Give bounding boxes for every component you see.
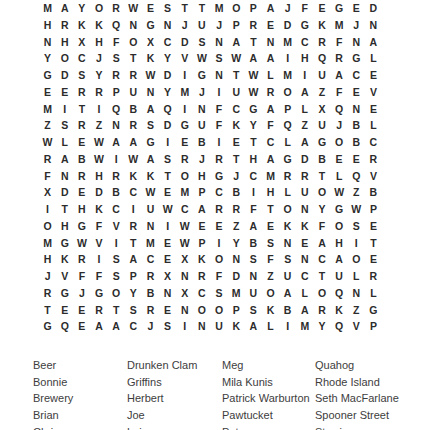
grid-cell-r10c19[interactable]: E (348, 151, 365, 168)
grid-cell-r16c8[interactable]: E (159, 251, 176, 268)
grid-cell-r15c15[interactable]: N (279, 235, 296, 252)
grid-cell-r20c6[interactable]: C (125, 318, 142, 335)
grid-cell-r6c2[interactable]: E (56, 84, 73, 101)
grid-cell-r17c8[interactable]: X (159, 268, 176, 285)
grid-cell-r14c3[interactable]: G (73, 218, 90, 235)
grid-cell-r10c9[interactable]: R (176, 151, 193, 168)
grid-cell-r4c8[interactable]: Y (159, 50, 176, 67)
grid-cell-r16c4[interactable]: I (90, 251, 107, 268)
grid-cell-r12c4[interactable]: D (90, 184, 107, 201)
grid-cell-r14c10[interactable]: E (193, 218, 210, 235)
grid-cell-r7c3[interactable]: T (73, 101, 90, 118)
grid-cell-r8c11[interactable]: F (210, 117, 227, 134)
grid-cell-r17c20[interactable]: R (365, 268, 382, 285)
grid-cell-r11c13[interactable]: C (245, 168, 262, 185)
grid-cell-r18c17[interactable]: O (313, 285, 330, 302)
grid-cell-r17c5[interactable]: S (108, 268, 125, 285)
grid-cell-r1c15[interactable]: J (279, 0, 296, 17)
grid-cell-r19c14[interactable]: K (262, 302, 279, 319)
grid-cell-r14c9[interactable]: W (176, 218, 193, 235)
grid-cell-r13c11[interactable]: R (210, 201, 227, 218)
grid-cell-r4c9[interactable]: V (176, 50, 193, 67)
grid-cell-r8c17[interactable]: U (313, 117, 330, 134)
grid-cell-r1c19[interactable]: E (348, 0, 365, 17)
grid-cell-r14c16[interactable]: K (296, 218, 313, 235)
grid-cell-r3c16[interactable]: C (296, 34, 313, 51)
grid-cell-r10c1[interactable]: R (39, 151, 56, 168)
grid-cell-r3c7[interactable]: X (142, 34, 159, 51)
grid-cell-r13c18[interactable]: G (331, 201, 348, 218)
grid-cell-r3c10[interactable]: S (193, 34, 210, 51)
grid-cell-r15c14[interactable]: S (262, 235, 279, 252)
grid-cell-r11c3[interactable]: R (73, 168, 90, 185)
grid-cell-r5c13[interactable]: W (245, 67, 262, 84)
grid-cell-r18c3[interactable]: J (73, 285, 90, 302)
grid-cell-r14c14[interactable]: E (262, 218, 279, 235)
grid-cell-r13c10[interactable]: A (193, 201, 210, 218)
grid-cell-r3c12[interactable]: A (228, 34, 245, 51)
grid-cell-r2c16[interactable]: G (296, 17, 313, 34)
grid-cell-r17c14[interactable]: Z (262, 268, 279, 285)
grid-cell-r3c9[interactable]: D (176, 34, 193, 51)
grid-cell-r15c2[interactable]: G (56, 235, 73, 252)
grid-cell-r5c18[interactable]: A (331, 67, 348, 84)
grid-cell-r15c13[interactable]: B (245, 235, 262, 252)
grid-cell-r2c20[interactable]: N (365, 17, 382, 34)
grid-cell-r12c6[interactable]: C (125, 184, 142, 201)
grid-cell-r8c20[interactable]: L (365, 117, 382, 134)
grid-cell-r19c1[interactable]: T (39, 302, 56, 319)
grid-cell-r9c16[interactable]: A (296, 134, 313, 151)
grid-cell-r2c13[interactable]: R (245, 17, 262, 34)
grid-cell-r4c1[interactable]: Y (39, 50, 56, 67)
grid-cell-r2c2[interactable]: R (56, 17, 73, 34)
grid-cell-r14c5[interactable]: V (108, 218, 125, 235)
grid-cell-r1c7[interactable]: E (142, 0, 159, 17)
grid-cell-r9c5[interactable]: A (108, 134, 125, 151)
grid-cell-r16c6[interactable]: A (125, 251, 142, 268)
grid-cell-r3c19[interactable]: N (348, 34, 365, 51)
grid-cell-r17c12[interactable]: D (228, 268, 245, 285)
grid-cell-r4c16[interactable]: H (296, 50, 313, 67)
grid-cell-r2c19[interactable]: J (348, 17, 365, 34)
grid-cell-r5c7[interactable]: W (142, 67, 159, 84)
grid-cell-r8c6[interactable]: R (125, 117, 142, 134)
grid-cell-r2c4[interactable]: K (90, 17, 107, 34)
grid-cell-r8c12[interactable]: K (228, 117, 245, 134)
grid-cell-r9c9[interactable]: E (176, 134, 193, 151)
grid-cell-r8c18[interactable]: J (331, 117, 348, 134)
grid-cell-r14c2[interactable]: H (56, 218, 73, 235)
grid-cell-r16c15[interactable]: S (279, 251, 296, 268)
grid-cell-r11c19[interactable]: Q (348, 168, 365, 185)
grid-cell-r18c11[interactable]: S (210, 285, 227, 302)
grid-cell-r16c10[interactable]: K (193, 251, 210, 268)
grid-cell-r12c12[interactable]: B (228, 184, 245, 201)
grid-cell-r17c1[interactable]: J (39, 268, 56, 285)
grid-cell-r16c14[interactable]: F (262, 251, 279, 268)
grid-cell-r20c9[interactable]: I (176, 318, 193, 335)
grid-cell-r15c6[interactable]: T (125, 235, 142, 252)
grid-cell-r20c1[interactable]: G (39, 318, 56, 335)
grid-cell-r13c1[interactable]: I (39, 201, 56, 218)
grid-cell-r14c7[interactable]: N (142, 218, 159, 235)
grid-cell-r9c6[interactable]: A (125, 134, 142, 151)
grid-cell-r5c9[interactable]: I (176, 67, 193, 84)
grid-cell-r8c15[interactable]: Q (279, 117, 296, 134)
grid-cell-r18c6[interactable]: Y (125, 285, 142, 302)
grid-cell-r13c19[interactable]: W (348, 201, 365, 218)
grid-cell-r9c7[interactable]: G (142, 134, 159, 151)
grid-cell-r16c11[interactable]: O (210, 251, 227, 268)
grid-cell-r12c2[interactable]: D (56, 184, 73, 201)
grid-cell-r13c6[interactable]: I (125, 201, 142, 218)
grid-cell-r9c1[interactable]: W (39, 134, 56, 151)
grid-cell-r18c12[interactable]: M (228, 285, 245, 302)
grid-cell-r10c16[interactable]: D (296, 151, 313, 168)
grid-cell-r16c17[interactable]: C (313, 251, 330, 268)
grid-cell-r9c3[interactable]: E (73, 134, 90, 151)
grid-cell-r15c8[interactable]: E (159, 235, 176, 252)
grid-cell-r11c7[interactable]: K (142, 168, 159, 185)
grid-cell-r18c2[interactable]: G (56, 285, 73, 302)
grid-cell-r19c6[interactable]: S (125, 302, 142, 319)
grid-cell-r12c16[interactable]: U (296, 184, 313, 201)
grid-cell-r11c18[interactable]: L (331, 168, 348, 185)
grid-cell-r8c8[interactable]: D (159, 117, 176, 134)
grid-cell-r1c4[interactable]: O (90, 0, 107, 17)
grid-cell-r9c2[interactable]: L (56, 134, 73, 151)
grid-cell-r18c19[interactable]: N (348, 285, 365, 302)
grid-cell-r5c16[interactable]: I (296, 67, 313, 84)
grid-cell-r6c1[interactable]: E (39, 84, 56, 101)
grid-cell-r17c4[interactable]: F (90, 268, 107, 285)
grid-cell-r7c12[interactable]: C (228, 101, 245, 118)
grid-cell-r2c14[interactable]: E (262, 17, 279, 34)
grid-cell-r8c19[interactable]: B (348, 117, 365, 134)
grid-cell-r6c9[interactable]: M (176, 84, 193, 101)
grid-cell-r14c19[interactable]: S (348, 218, 365, 235)
grid-cell-r13c2[interactable]: T (56, 201, 73, 218)
grid-cell-r9c19[interactable]: B (348, 134, 365, 151)
grid-cell-r8c4[interactable]: Z (90, 117, 107, 134)
grid-cell-r19c20[interactable]: G (365, 302, 382, 319)
grid-cell-r12c18[interactable]: W (331, 184, 348, 201)
grid-cell-r7c10[interactable]: N (193, 101, 210, 118)
grid-cell-r19c12[interactable]: P (228, 302, 245, 319)
grid-cell-r10c14[interactable]: A (262, 151, 279, 168)
grid-cell-r14c12[interactable]: Z (228, 218, 245, 235)
grid-cell-r20c18[interactable]: Q (331, 318, 348, 335)
grid-cell-r6c3[interactable]: R (73, 84, 90, 101)
grid-cell-r6c19[interactable]: E (348, 84, 365, 101)
grid-cell-r17c11[interactable]: F (210, 268, 227, 285)
grid-cell-r13c13[interactable]: F (245, 201, 262, 218)
grid-cell-r5c11[interactable]: N (210, 67, 227, 84)
grid-cell-r14c20[interactable]: E (365, 218, 382, 235)
grid-cell-r13c9[interactable]: C (176, 201, 193, 218)
grid-cell-r11c16[interactable]: R (296, 168, 313, 185)
grid-cell-r7c6[interactable]: B (125, 101, 142, 118)
grid-cell-r6c13[interactable]: W (245, 84, 262, 101)
grid-cell-r18c9[interactable]: X (176, 285, 193, 302)
grid-cell-r5c4[interactable]: Y (90, 67, 107, 84)
grid-cell-r4c11[interactable]: S (210, 50, 227, 67)
grid-cell-r10c3[interactable]: B (73, 151, 90, 168)
grid-cell-r11c5[interactable]: R (108, 168, 125, 185)
grid-cell-r1c13[interactable]: P (245, 0, 262, 17)
grid-cell-r3c1[interactable]: N (39, 34, 56, 51)
grid-cell-r19c5[interactable]: T (108, 302, 125, 319)
grid-cell-r18c8[interactable]: N (159, 285, 176, 302)
grid-cell-r10c2[interactable]: A (56, 151, 73, 168)
grid-cell-r4c13[interactable]: A (245, 50, 262, 67)
grid-cell-r3c5[interactable]: F (108, 34, 125, 51)
grid-cell-r12c17[interactable]: O (313, 184, 330, 201)
grid-cell-r19c9[interactable]: N (176, 302, 193, 319)
grid-cell-r2c5[interactable]: Q (108, 17, 125, 34)
grid-cell-r20c3[interactable]: E (73, 318, 90, 335)
grid-cell-r14c8[interactable]: I (159, 218, 176, 235)
grid-cell-r7c16[interactable]: L (296, 101, 313, 118)
grid-cell-r4c3[interactable]: C (73, 50, 90, 67)
grid-cell-r3c6[interactable]: O (125, 34, 142, 51)
grid-cell-r4c7[interactable]: K (142, 50, 159, 67)
grid-cell-r10c17[interactable]: B (313, 151, 330, 168)
grid-cell-r3c18[interactable]: F (331, 34, 348, 51)
grid-cell-r18c1[interactable]: R (39, 285, 56, 302)
grid-cell-r18c10[interactable]: C (193, 285, 210, 302)
grid-cell-r8c13[interactable]: Y (245, 117, 262, 134)
grid-cell-r20c17[interactable]: Y (313, 318, 330, 335)
grid-cell-r15c12[interactable]: Y (228, 235, 245, 252)
grid-cell-r13c5[interactable]: C (108, 201, 125, 218)
grid-cell-r1c2[interactable]: A (56, 0, 73, 17)
grid-cell-r3c8[interactable]: C (159, 34, 176, 51)
grid-cell-r7c4[interactable]: I (90, 101, 107, 118)
grid-cell-r16c2[interactable]: K (56, 251, 73, 268)
grid-cell-r12c5[interactable]: B (108, 184, 125, 201)
grid-cell-r20c19[interactable]: V (348, 318, 365, 335)
grid-cell-r15c19[interactable]: I (348, 235, 365, 252)
grid-cell-r10c15[interactable]: G (279, 151, 296, 168)
grid-cell-r3c15[interactable]: M (279, 34, 296, 51)
grid-cell-r11c1[interactable]: F (39, 168, 56, 185)
grid-cell-r5c5[interactable]: R (108, 67, 125, 84)
grid-cell-r19c11[interactable]: O (210, 302, 227, 319)
grid-cell-r9c10[interactable]: B (193, 134, 210, 151)
grid-cell-r15c5[interactable]: I (108, 235, 125, 252)
grid-cell-r16c13[interactable]: S (245, 251, 262, 268)
grid-cell-r13c15[interactable]: O (279, 201, 296, 218)
grid-cell-r19c17[interactable]: R (313, 302, 330, 319)
grid-cell-r14c17[interactable]: F (313, 218, 330, 235)
grid-cell-r15c18[interactable]: H (331, 235, 348, 252)
grid-cell-r7c14[interactable]: A (262, 101, 279, 118)
grid-cell-r5c20[interactable]: E (365, 67, 382, 84)
grid-cell-r15c11[interactable]: I (210, 235, 227, 252)
grid-cell-r15c17[interactable]: A (313, 235, 330, 252)
grid-cell-r18c7[interactable]: B (142, 285, 159, 302)
grid-cell-r6c20[interactable]: V (365, 84, 382, 101)
grid-cell-r10c20[interactable]: R (365, 151, 382, 168)
grid-cell-r4c5[interactable]: S (108, 50, 125, 67)
grid-cell-r5c17[interactable]: U (313, 67, 330, 84)
grid-cell-r5c19[interactable]: C (348, 67, 365, 84)
grid-cell-r16c7[interactable]: C (142, 251, 159, 268)
grid-cell-r9c18[interactable]: O (331, 134, 348, 151)
grid-cell-r12c14[interactable]: H (262, 184, 279, 201)
grid-cell-r7c1[interactable]: M (39, 101, 56, 118)
grid-cell-r7c18[interactable]: Q (331, 101, 348, 118)
grid-cell-r9c11[interactable]: I (210, 134, 227, 151)
grid-cell-r19c15[interactable]: B (279, 302, 296, 319)
grid-cell-r7c13[interactable]: G (245, 101, 262, 118)
grid-cell-r16c18[interactable]: A (331, 251, 348, 268)
grid-cell-r16c3[interactable]: R (73, 251, 90, 268)
grid-cell-r17c6[interactable]: P (125, 268, 142, 285)
grid-cell-r1c5[interactable]: R (108, 0, 125, 17)
grid-cell-r11c2[interactable]: N (56, 168, 73, 185)
grid-cell-r18c20[interactable]: L (365, 285, 382, 302)
grid-cell-r15c1[interactable]: M (39, 235, 56, 252)
grid-cell-r11c17[interactable]: T (313, 168, 330, 185)
grid-cell-r11c9[interactable]: O (176, 168, 193, 185)
grid-cell-r1c10[interactable]: T (193, 0, 210, 17)
grid-cell-r8c16[interactable]: Z (296, 117, 313, 134)
grid-cell-r19c7[interactable]: R (142, 302, 159, 319)
grid-cell-r19c2[interactable]: E (56, 302, 73, 319)
grid-cell-r8c2[interactable]: S (56, 117, 73, 134)
grid-cell-r1c12[interactable]: O (228, 0, 245, 17)
grid-cell-r11c10[interactable]: H (193, 168, 210, 185)
grid-cell-r2c9[interactable]: J (176, 17, 193, 34)
grid-cell-r16c1[interactable]: H (39, 251, 56, 268)
grid-cell-r1c1[interactable]: M (39, 0, 56, 17)
grid-cell-r8c9[interactable]: G (176, 117, 193, 134)
grid-cell-r17c7[interactable]: R (142, 268, 159, 285)
grid-cell-r16c20[interactable]: E (365, 251, 382, 268)
grid-cell-r10c8[interactable]: S (159, 151, 176, 168)
grid-cell-r6c5[interactable]: P (108, 84, 125, 101)
grid-cell-r17c15[interactable]: U (279, 268, 296, 285)
grid-cell-r7c11[interactable]: F (210, 101, 227, 118)
grid-cell-r10c18[interactable]: E (331, 151, 348, 168)
grid-cell-r12c3[interactable]: E (73, 184, 90, 201)
grid-cell-r9c4[interactable]: W (90, 134, 107, 151)
grid-cell-r6c17[interactable]: Z (313, 84, 330, 101)
grid-cell-r5c10[interactable]: G (193, 67, 210, 84)
grid-cell-r20c13[interactable]: A (245, 318, 262, 335)
grid-cell-r17c9[interactable]: N (176, 268, 193, 285)
grid-cell-r12c9[interactable]: M (176, 184, 193, 201)
grid-cell-r15c3[interactable]: W (73, 235, 90, 252)
grid-cell-r6c14[interactable]: R (262, 84, 279, 101)
grid-cell-r7c15[interactable]: P (279, 101, 296, 118)
grid-cell-r5c15[interactable]: M (279, 67, 296, 84)
grid-cell-r14c18[interactable]: O (331, 218, 348, 235)
grid-cell-r18c13[interactable]: U (245, 285, 262, 302)
grid-cell-r2c17[interactable]: K (313, 17, 330, 34)
grid-cell-r13c4[interactable]: K (90, 201, 107, 218)
grid-cell-r3c3[interactable]: X (73, 34, 90, 51)
grid-cell-r13c20[interactable]: P (365, 201, 382, 218)
grid-cell-r8c10[interactable]: U (193, 117, 210, 134)
grid-cell-r20c14[interactable]: L (262, 318, 279, 335)
grid-cell-r17c3[interactable]: F (73, 268, 90, 285)
grid-cell-r12c11[interactable]: C (210, 184, 227, 201)
grid-cell-r2c8[interactable]: N (159, 17, 176, 34)
grid-cell-r1c14[interactable]: A (262, 0, 279, 17)
grid-cell-r2c6[interactable]: N (125, 17, 142, 34)
grid-cell-r4c14[interactable]: A (262, 50, 279, 67)
grid-cell-r11c6[interactable]: K (125, 168, 142, 185)
grid-cell-r2c15[interactable]: D (279, 17, 296, 34)
grid-cell-r5c3[interactable]: S (73, 67, 90, 84)
grid-cell-r11c15[interactable]: R (279, 168, 296, 185)
grid-cell-r2c10[interactable]: U (193, 17, 210, 34)
grid-cell-r7c9[interactable]: I (176, 101, 193, 118)
grid-cell-r14c15[interactable]: K (279, 218, 296, 235)
grid-cell-r16c9[interactable]: X (176, 251, 193, 268)
grid-cell-r8c1[interactable]: Z (39, 117, 56, 134)
grid-cell-r2c7[interactable]: G (142, 17, 159, 34)
grid-cell-r4c20[interactable]: L (365, 50, 382, 67)
grid-cell-r6c12[interactable]: U (228, 84, 245, 101)
grid-cell-r12c8[interactable]: E (159, 184, 176, 201)
grid-cell-r16c16[interactable]: N (296, 251, 313, 268)
grid-cell-r3c11[interactable]: N (210, 34, 227, 51)
grid-cell-r19c13[interactable]: S (245, 302, 262, 319)
grid-cell-r19c3[interactable]: E (73, 302, 90, 319)
grid-cell-r6c8[interactable]: Y (159, 84, 176, 101)
grid-cell-r1c18[interactable]: G (331, 0, 348, 17)
grid-cell-r10c7[interactable]: A (142, 151, 159, 168)
grid-cell-r13c3[interactable]: H (73, 201, 90, 218)
grid-cell-r19c4[interactable]: R (90, 302, 107, 319)
grid-cell-r14c11[interactable]: E (210, 218, 227, 235)
grid-cell-r17c16[interactable]: C (296, 268, 313, 285)
grid-cell-r11c20[interactable]: V (365, 168, 382, 185)
grid-cell-r9c13[interactable]: T (245, 134, 262, 151)
grid-cell-r4c2[interactable]: O (56, 50, 73, 67)
grid-cell-r4c17[interactable]: Q (313, 50, 330, 67)
grid-cell-r7c2[interactable]: I (56, 101, 73, 118)
grid-cell-r16c5[interactable]: S (108, 251, 125, 268)
grid-cell-r6c16[interactable]: A (296, 84, 313, 101)
grid-cell-r3c20[interactable]: A (365, 34, 382, 51)
grid-cell-r18c5[interactable]: O (108, 285, 125, 302)
grid-cell-r19c10[interactable]: O (193, 302, 210, 319)
grid-cell-r10c6[interactable]: W (125, 151, 142, 168)
grid-cell-r17c19[interactable]: L (348, 268, 365, 285)
grid-cell-r1c16[interactable]: F (296, 0, 313, 17)
grid-cell-r10c4[interactable]: W (90, 151, 107, 168)
grid-cell-r15c20[interactable]: T (365, 235, 382, 252)
grid-cell-r5c1[interactable]: G (39, 67, 56, 84)
grid-cell-r8c5[interactable]: N (108, 117, 125, 134)
grid-cell-r12c1[interactable]: X (39, 184, 56, 201)
grid-cell-r4c10[interactable]: W (193, 50, 210, 67)
grid-cell-r3c13[interactable]: T (245, 34, 262, 51)
grid-cell-r4c15[interactable]: I (279, 50, 296, 67)
grid-cell-r9c20[interactable]: C (365, 134, 382, 151)
grid-cell-r11c8[interactable]: T (159, 168, 176, 185)
grid-cell-r7c8[interactable]: Q (159, 101, 176, 118)
grid-cell-r12c15[interactable]: L (279, 184, 296, 201)
grid-cell-r20c12[interactable]: K (228, 318, 245, 335)
grid-cell-r20c20[interactable]: P (365, 318, 382, 335)
